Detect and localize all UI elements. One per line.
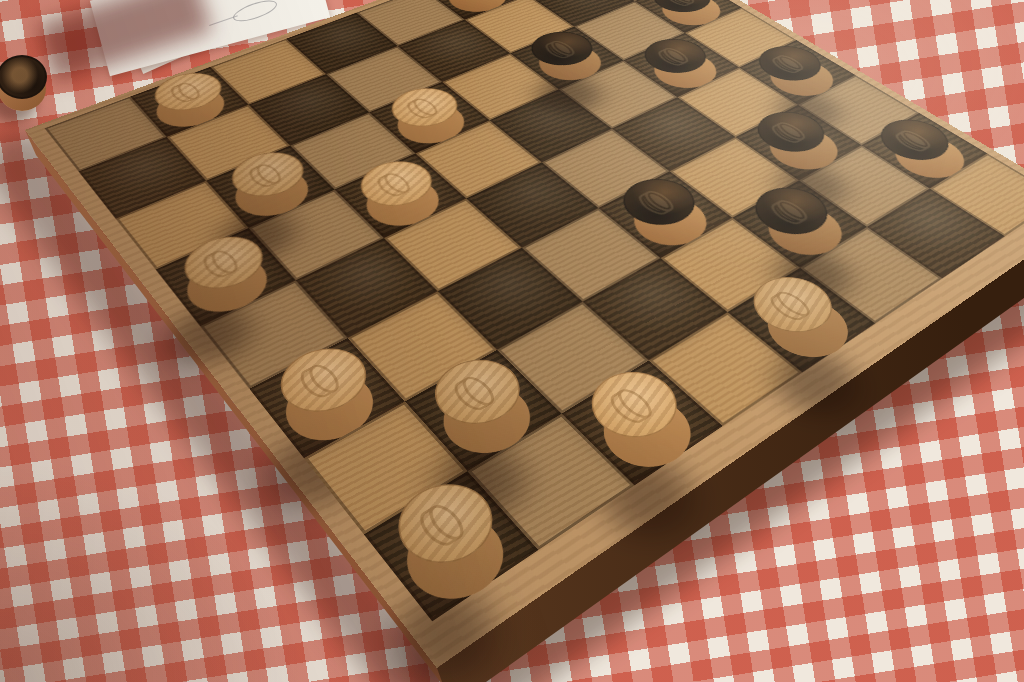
piece-glyph: ⛀: [365, 164, 428, 203]
photo-scene: ⛂⛂⛂⛂⛂⛂⛂⛂⛂⛀⛀⛀⛀⛀⛀⛀⛀⛀⛀: [0, 0, 1024, 682]
piece-glyph: ⛀: [285, 352, 360, 408]
piece-glyph: ⛀: [596, 376, 672, 434]
piece-glyph: ⛀: [189, 240, 257, 286]
piece-glyph: ⛂: [648, 41, 703, 71]
piece-glyph: ⛂: [626, 182, 690, 222]
piece-glyph: ⛀: [159, 75, 217, 108]
piece-glyph: ⛂: [762, 48, 817, 78]
captured-dark-piece[interactable]: [0, 55, 47, 111]
piece-glyph: ⛀: [440, 364, 516, 421]
piece-glyph: ⛀: [757, 281, 827, 330]
piece-glyph: ⛀: [396, 90, 455, 124]
light-piece[interactable]: ⛀: [385, 488, 517, 602]
pencil-doodle: [231, 0, 279, 25]
piece-glyph: ⛂: [761, 114, 820, 149]
piece-glyph: ⛀: [403, 489, 487, 558]
piece-glyph: ⛀: [237, 155, 300, 194]
piece-glyph: ⛂: [885, 122, 945, 157]
piece-glyph: ⛂: [759, 191, 823, 232]
piece-glyph: ⛂: [535, 34, 590, 63]
